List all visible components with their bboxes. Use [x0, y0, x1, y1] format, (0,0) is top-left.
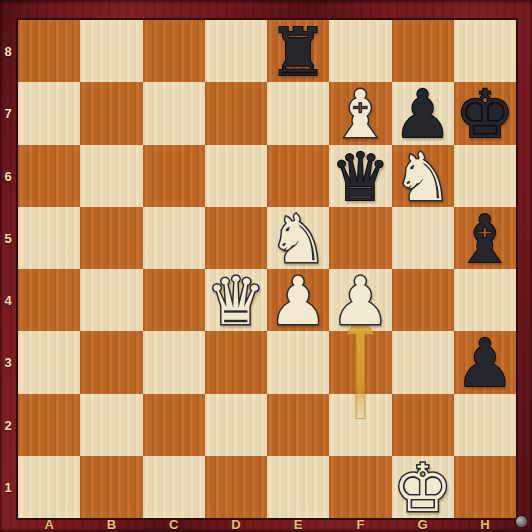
- white-bishop-glyph: ♝: [331, 84, 390, 146]
- rank-label-3: 3: [4, 355, 11, 370]
- square-b3[interactable]: [80, 331, 142, 393]
- piece-white-pawn-e4[interactable]: ♟: [266, 268, 330, 332]
- square-f8[interactable]: [329, 20, 391, 82]
- piece-white-king-g1[interactable]: ♚: [391, 455, 455, 519]
- square-e7[interactable]: [267, 82, 329, 144]
- square-f3[interactable]: [329, 331, 391, 393]
- piece-white-queen-d4[interactable]: ♛: [204, 268, 268, 332]
- rank-label-4: 4: [4, 293, 11, 308]
- square-d2[interactable]: [205, 394, 267, 456]
- piece-white-knight-e5[interactable]: ♞: [266, 206, 330, 270]
- piece-black-pawn-h3[interactable]: ♟: [453, 330, 517, 394]
- square-f1[interactable]: [329, 456, 391, 518]
- file-label-h: H: [480, 517, 489, 532]
- piece-black-king-h7[interactable]: ♚: [453, 81, 517, 145]
- square-d8[interactable]: [205, 20, 267, 82]
- piece-white-knight-g6[interactable]: ♞: [391, 144, 455, 208]
- square-e2[interactable]: [267, 394, 329, 456]
- square-d7[interactable]: [205, 82, 267, 144]
- square-c5[interactable]: [143, 207, 205, 269]
- square-a2[interactable]: [18, 394, 80, 456]
- file-label-b: B: [107, 517, 116, 532]
- square-e1[interactable]: [267, 456, 329, 518]
- square-b4[interactable]: [80, 269, 142, 331]
- white-pawn-glyph: ♟: [331, 271, 390, 333]
- square-e6[interactable]: [267, 145, 329, 207]
- piece-black-bishop-h5[interactable]: ♝: [453, 206, 517, 270]
- square-g4[interactable]: [392, 269, 454, 331]
- square-b7[interactable]: [80, 82, 142, 144]
- square-h8[interactable]: [454, 20, 516, 82]
- rank-label-6: 6: [4, 168, 11, 183]
- square-b1[interactable]: [80, 456, 142, 518]
- square-c8[interactable]: [143, 20, 205, 82]
- square-h1[interactable]: [454, 456, 516, 518]
- square-d6[interactable]: [205, 145, 267, 207]
- white-pawn-glyph: ♟: [269, 271, 328, 333]
- rank-label-2: 2: [4, 417, 11, 432]
- white-knight-glyph: ♞: [269, 209, 328, 271]
- square-h6[interactable]: [454, 145, 516, 207]
- file-label-c: C: [169, 517, 178, 532]
- corner-dot-icon: [516, 516, 527, 527]
- black-rook-glyph: ♜: [269, 22, 328, 84]
- piece-black-pawn-g7[interactable]: ♟: [391, 81, 455, 145]
- square-f5[interactable]: [329, 207, 391, 269]
- white-knight-glyph: ♞: [393, 147, 452, 209]
- file-label-f: F: [356, 517, 364, 532]
- black-queen-glyph: ♛: [331, 147, 390, 209]
- square-h2[interactable]: [454, 394, 516, 456]
- rank-label-7: 7: [4, 106, 11, 121]
- square-h4[interactable]: [454, 269, 516, 331]
- square-g5[interactable]: [392, 207, 454, 269]
- square-c7[interactable]: [143, 82, 205, 144]
- square-a6[interactable]: [18, 145, 80, 207]
- square-d5[interactable]: [205, 207, 267, 269]
- black-king-glyph: ♚: [455, 84, 514, 146]
- file-label-a: A: [44, 517, 53, 532]
- square-c1[interactable]: [143, 456, 205, 518]
- piece-white-pawn-f4[interactable]: ♟: [328, 268, 392, 332]
- rank-label-8: 8: [4, 44, 11, 59]
- white-queen-glyph: ♛: [206, 271, 265, 333]
- square-a7[interactable]: [18, 82, 80, 144]
- square-c4[interactable]: [143, 269, 205, 331]
- square-a1[interactable]: [18, 456, 80, 518]
- square-g3[interactable]: [392, 331, 454, 393]
- piece-white-bishop-f7[interactable]: ♝: [328, 81, 392, 145]
- black-pawn-glyph: ♟: [455, 333, 514, 395]
- black-pawn-glyph: ♟: [393, 84, 452, 146]
- square-b2[interactable]: [80, 394, 142, 456]
- square-c6[interactable]: [143, 145, 205, 207]
- square-g8[interactable]: [392, 20, 454, 82]
- square-g2[interactable]: [392, 394, 454, 456]
- black-bishop-glyph: ♝: [455, 209, 514, 271]
- square-a3[interactable]: [18, 331, 80, 393]
- square-c2[interactable]: [143, 394, 205, 456]
- square-f2[interactable]: [329, 394, 391, 456]
- square-b8[interactable]: [80, 20, 142, 82]
- square-d3[interactable]: [205, 331, 267, 393]
- file-label-e: E: [294, 517, 303, 532]
- square-d1[interactable]: [205, 456, 267, 518]
- square-a5[interactable]: [18, 207, 80, 269]
- square-a8[interactable]: [18, 20, 80, 82]
- square-c3[interactable]: [143, 331, 205, 393]
- square-a4[interactable]: [18, 269, 80, 331]
- square-e3[interactable]: [267, 331, 329, 393]
- piece-black-queen-f6[interactable]: ♛: [328, 144, 392, 208]
- square-b6[interactable]: [80, 145, 142, 207]
- rank-label-1: 1: [4, 479, 11, 494]
- rank-label-5: 5: [4, 230, 11, 245]
- square-b5[interactable]: [80, 207, 142, 269]
- piece-black-rook-e8[interactable]: ♜: [266, 19, 330, 83]
- chess-board-widget: 87654321ABCDEFGH ♜♝♟♚♛♞♞♝♛♟♟♟♚: [0, 0, 532, 532]
- white-king-glyph: ♚: [393, 458, 452, 520]
- file-label-d: D: [231, 517, 240, 532]
